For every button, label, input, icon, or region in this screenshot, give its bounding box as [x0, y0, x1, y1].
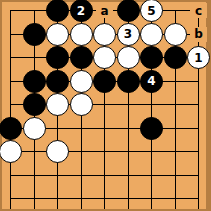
white-stone: [70, 93, 93, 116]
point-label-a: a: [96, 3, 113, 18]
black-stone: [117, 0, 140, 22]
white-stone: [93, 46, 116, 69]
black-stone: [140, 46, 163, 69]
white-stone: [70, 70, 93, 93]
move-number: 1: [194, 52, 202, 64]
black-stone-move-2: 2: [70, 0, 93, 22]
black-stone: [117, 70, 140, 93]
move-number: 2: [77, 5, 85, 17]
white-stone: [0, 140, 22, 163]
board-edge-shadow-left: [0, 0, 2, 211]
white-stone: [93, 23, 116, 46]
black-stone: [23, 23, 46, 46]
black-stone: [70, 46, 93, 69]
black-stone: [46, 0, 69, 22]
white-stone: [46, 23, 69, 46]
black-stone: [23, 70, 46, 93]
board-edge-shadow-top: [0, 0, 211, 2]
board-edge-shadow-bottom: [0, 209, 211, 211]
move-number: 4: [147, 75, 155, 87]
black-stone: [46, 46, 69, 69]
black-stone: [164, 46, 187, 69]
white-stone-move-3: 3: [117, 23, 140, 46]
white-stone-move-5: 5: [140, 0, 163, 22]
white-stone: [164, 23, 187, 46]
white-stone-move-1: 1: [187, 46, 210, 69]
black-stone: [0, 117, 22, 140]
move-number: 3: [124, 28, 132, 40]
grid-line-vertical: [10, 10, 11, 209]
white-stone: [70, 23, 93, 46]
black-stone: [46, 70, 69, 93]
point-label-b: b: [190, 27, 207, 42]
move-number: 5: [147, 5, 155, 17]
black-stone-move-4: 4: [140, 70, 163, 93]
black-stone: [140, 117, 163, 140]
go-board[interactable]: abc25314: [0, 0, 211, 211]
white-stone: [117, 46, 140, 69]
black-stone: [23, 93, 46, 116]
white-stone: [46, 140, 69, 163]
white-stone: [23, 117, 46, 140]
white-stone: [140, 23, 163, 46]
white-stone: [46, 93, 69, 116]
black-stone: [93, 70, 116, 93]
point-label-c: c: [190, 3, 207, 18]
